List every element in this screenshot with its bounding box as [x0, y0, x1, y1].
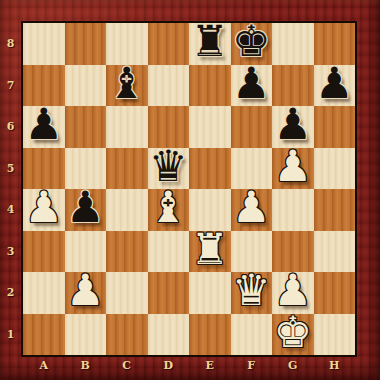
square-a2[interactable] [23, 272, 65, 314]
square-e3[interactable]: ♜ [189, 231, 231, 273]
file-label-b: B [65, 357, 107, 374]
square-h7[interactable]: ♟ [314, 65, 356, 107]
square-b2[interactable]: ♟ [65, 272, 107, 314]
black-rook-e8[interactable]: ♜ [190, 20, 229, 63]
square-b7[interactable] [65, 65, 107, 107]
white-bishop-d4[interactable]: ♝ [149, 186, 188, 229]
white-pawn-b2[interactable]: ♟ [66, 269, 105, 312]
square-f4[interactable]: ♟ [231, 189, 273, 231]
square-c3[interactable] [106, 231, 148, 273]
square-f2[interactable]: ♛ [231, 272, 273, 314]
square-h4[interactable] [314, 189, 356, 231]
square-c2[interactable] [106, 272, 148, 314]
square-c6[interactable] [106, 106, 148, 148]
rank-labels: 87654321 [0, 23, 21, 355]
rank-label-6: 6 [0, 106, 21, 148]
square-a1[interactable] [23, 314, 65, 356]
square-e1[interactable] [189, 314, 231, 356]
black-king-f8[interactable]: ♚ [232, 20, 271, 63]
rank-label-7: 7 [0, 65, 21, 107]
black-pawn-h7[interactable]: ♟ [315, 62, 354, 105]
file-label-a: A [23, 357, 65, 374]
black-bishop-c7[interactable]: ♝ [107, 62, 146, 105]
square-d4[interactable]: ♝ [148, 189, 190, 231]
square-d1[interactable] [148, 314, 190, 356]
black-pawn-f7[interactable]: ♟ [232, 62, 271, 105]
black-pawn-g6[interactable]: ♟ [273, 103, 312, 146]
square-d3[interactable] [148, 231, 190, 273]
file-label-g: G [272, 357, 314, 374]
file-label-f: F [231, 357, 273, 374]
rank-label-4: 4 [0, 189, 21, 231]
square-h6[interactable] [314, 106, 356, 148]
file-label-e: E [189, 357, 231, 374]
square-d7[interactable] [148, 65, 190, 107]
square-g4[interactable] [272, 189, 314, 231]
rank-label-8: 8 [0, 23, 21, 65]
square-f7[interactable]: ♟ [231, 65, 273, 107]
file-label-d: D [148, 357, 190, 374]
rank-label-2: 2 [0, 272, 21, 314]
square-a8[interactable] [23, 23, 65, 65]
white-pawn-a4[interactable]: ♟ [24, 186, 63, 229]
square-f1[interactable] [231, 314, 273, 356]
square-a4[interactable]: ♟ [23, 189, 65, 231]
square-d2[interactable] [148, 272, 190, 314]
file-label-c: C [106, 357, 148, 374]
square-e7[interactable] [189, 65, 231, 107]
white-pawn-f4[interactable]: ♟ [232, 186, 271, 229]
square-h2[interactable] [314, 272, 356, 314]
board-frame: 87654321 ♜♚♝♟♟♟♟♛♟♟♟♝♟♜♟♛♟♚ ABCDEFGH [0, 0, 380, 380]
square-b6[interactable] [65, 106, 107, 148]
square-b4[interactable]: ♟ [65, 189, 107, 231]
white-rook-e3[interactable]: ♜ [190, 228, 229, 271]
square-a6[interactable]: ♟ [23, 106, 65, 148]
square-e5[interactable] [189, 148, 231, 190]
square-g5[interactable]: ♟ [272, 148, 314, 190]
rank-label-5: 5 [0, 148, 21, 190]
square-g8[interactable] [272, 23, 314, 65]
chess-board: ♜♚♝♟♟♟♟♛♟♟♟♝♟♜♟♛♟♚ [21, 21, 357, 357]
square-f6[interactable] [231, 106, 273, 148]
square-c4[interactable] [106, 189, 148, 231]
rank-label-1: 1 [0, 314, 21, 356]
square-b1[interactable] [65, 314, 107, 356]
square-d8[interactable] [148, 23, 190, 65]
file-labels: ABCDEFGH [23, 357, 355, 374]
square-g1[interactable]: ♚ [272, 314, 314, 356]
square-h1[interactable] [314, 314, 356, 356]
square-e6[interactable] [189, 106, 231, 148]
white-queen-f2[interactable]: ♛ [232, 269, 271, 312]
square-a3[interactable] [23, 231, 65, 273]
white-pawn-g5[interactable]: ♟ [273, 145, 312, 188]
square-e8[interactable]: ♜ [189, 23, 231, 65]
square-b8[interactable] [65, 23, 107, 65]
file-label-h: H [314, 357, 356, 374]
rank-label-3: 3 [0, 231, 21, 273]
black-pawn-a6[interactable]: ♟ [24, 103, 63, 146]
square-c5[interactable] [106, 148, 148, 190]
square-c7[interactable]: ♝ [106, 65, 148, 107]
square-e2[interactable] [189, 272, 231, 314]
white-pawn-g2[interactable]: ♟ [273, 269, 312, 312]
square-h3[interactable] [314, 231, 356, 273]
white-king-g1[interactable]: ♚ [273, 311, 312, 354]
square-h5[interactable] [314, 148, 356, 190]
black-pawn-b4[interactable]: ♟ [66, 186, 105, 229]
square-c1[interactable] [106, 314, 148, 356]
